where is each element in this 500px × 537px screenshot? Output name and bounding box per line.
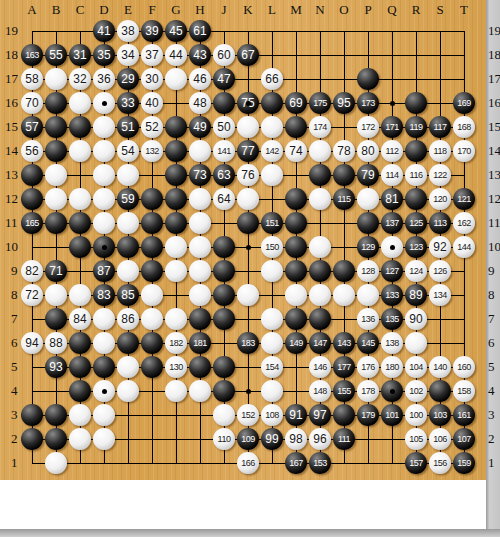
stone-E7: 86: [117, 308, 139, 330]
stone-H7: [189, 308, 211, 330]
stone-E6: [117, 332, 139, 354]
stone-J7: [213, 308, 235, 330]
stone-S12: 120: [429, 188, 451, 210]
stone-D6: [93, 332, 115, 354]
stone-S13: 122: [429, 164, 451, 186]
col-label-G: G: [164, 2, 188, 18]
stone-D2: [93, 428, 115, 450]
stone-T10: 144: [453, 236, 475, 258]
stone-A16: 70: [21, 92, 43, 114]
stone-Q6: 138: [381, 332, 403, 354]
stone-P11: [357, 212, 379, 234]
stone-A12: [21, 188, 43, 210]
stone-C12: [69, 188, 91, 210]
row-label-right-8: 8: [488, 288, 495, 302]
stone-J3: [213, 404, 235, 426]
stone-K13: 76: [237, 164, 259, 186]
stone-D13: [93, 164, 115, 186]
stone-Q5: 180: [381, 356, 403, 378]
stone-T11: 162: [453, 212, 475, 234]
row-label-left-17: 17: [5, 72, 18, 86]
stone-M3: 91: [285, 404, 307, 426]
row-label-right-3: 3: [488, 408, 495, 422]
stone-M1: 167: [285, 452, 307, 474]
row-label-left-8: 8: [11, 288, 18, 302]
stone-K8: [237, 284, 259, 306]
stone-S11: 113: [429, 212, 451, 234]
stone-N7: [309, 308, 331, 330]
stone-S4: [429, 380, 451, 402]
stone-R13: 116: [405, 164, 427, 186]
stone-R12: [405, 188, 427, 210]
stone-T2: 107: [453, 428, 475, 450]
stone-A14: 56: [21, 140, 43, 162]
stone-T3: 161: [453, 404, 475, 426]
stone-N13: [309, 164, 331, 186]
stone-T12: 121: [453, 188, 475, 210]
stone-E17: 29: [117, 68, 139, 90]
col-label-C: C: [68, 2, 92, 18]
stone-O16: 95: [333, 92, 355, 114]
stone-A17: 58: [21, 68, 43, 90]
stone-P12: [357, 188, 379, 210]
stone-O9: [333, 260, 355, 282]
stone-F7: [141, 308, 163, 330]
stone-T5: 160: [453, 356, 475, 378]
stone-K1: 166: [237, 452, 259, 474]
stone-H14: [189, 140, 211, 162]
stone-H11: [189, 212, 211, 234]
row-label-left-15: 15: [5, 120, 18, 134]
stone-E11: [117, 212, 139, 234]
stone-H10: [189, 236, 211, 258]
col-label-M: M: [284, 2, 308, 18]
bottom-edge-strip: [0, 529, 500, 537]
stone-H5: [189, 356, 211, 378]
stone-E9: [117, 260, 139, 282]
stone-G13: [165, 164, 187, 186]
stone-C14: [69, 140, 91, 162]
stone-D12: [93, 188, 115, 210]
stone-L3: 108: [261, 404, 283, 426]
stone-A8: 72: [21, 284, 43, 306]
stone-H18: 43: [189, 44, 211, 66]
star-point-Q16: [390, 101, 395, 106]
col-label-F: F: [140, 2, 164, 18]
stone-P9: 128: [357, 260, 379, 282]
stone-P16: 173: [357, 92, 379, 114]
stone-D8: 83: [93, 284, 115, 306]
stone-C18: 31: [69, 44, 91, 66]
stone-F8: [141, 284, 163, 306]
stone-P15: 172: [357, 116, 379, 138]
stone-A13: [21, 164, 43, 186]
stone-E8: 85: [117, 284, 139, 306]
row-label-right-17: 17: [488, 72, 500, 86]
stone-H19: 61: [189, 20, 211, 42]
stone-T16: 169: [453, 92, 475, 114]
stone-Q11: 137: [381, 212, 403, 234]
stone-E16: 33: [117, 92, 139, 114]
row-label-right-14: 14: [488, 144, 500, 158]
stone-C17: 32: [69, 68, 91, 90]
stone-C5: [69, 356, 91, 378]
stone-D11: [93, 212, 115, 234]
stone-F18: 37: [141, 44, 163, 66]
row-label-right-1: 1: [488, 456, 495, 470]
goban[interactable]: ABCDEFGHJKLMNOPQRST ABCDEFGHJKLMNOPQRST …: [0, 0, 486, 480]
star-point-D4: [102, 389, 107, 394]
stone-Q8: 133: [381, 284, 403, 306]
col-label-B: B: [44, 2, 68, 18]
stone-K6: 183: [237, 332, 259, 354]
stone-R7: 90: [405, 308, 427, 330]
stone-E12: 59: [117, 188, 139, 210]
stone-L4: [261, 380, 283, 402]
stone-A2: [21, 428, 43, 450]
stone-M7: [285, 308, 307, 330]
row-labels-right: 19181716151413121110987654321: [486, 0, 500, 537]
stone-G14: [165, 140, 187, 162]
stone-O12: 115: [333, 188, 355, 210]
row-label-left-3: 3: [11, 408, 18, 422]
row-label-left-7: 7: [11, 312, 18, 326]
stone-M14: 74: [285, 140, 307, 162]
stone-S8: 134: [429, 284, 451, 306]
right-edge-strip: 19181716151413121110987654321: [486, 0, 500, 537]
stone-D7: [93, 308, 115, 330]
row-label-left-12: 12: [5, 192, 18, 206]
stone-C6: [69, 332, 91, 354]
stone-A18: 163: [21, 44, 43, 66]
stone-F14: 132: [141, 140, 163, 162]
stone-J4: [213, 380, 235, 402]
col-label-R: R: [404, 2, 428, 18]
star-point-Q4: [390, 389, 395, 394]
stone-S9: 126: [429, 260, 451, 282]
stone-D9: 87: [93, 260, 115, 282]
stone-B18: 55: [45, 44, 67, 66]
stone-J18: 60: [213, 44, 235, 66]
stone-K2: 109: [237, 428, 259, 450]
stone-G18: 44: [165, 44, 187, 66]
stone-R4: 102: [405, 380, 427, 402]
stone-L2: 99: [261, 428, 283, 450]
stone-P8: [357, 284, 379, 306]
row-label-right-4: 4: [488, 384, 495, 398]
star-point-K10: [246, 245, 251, 250]
stone-Q3: 101: [381, 404, 403, 426]
stone-F19: 39: [141, 20, 163, 42]
col-label-N: N: [308, 2, 332, 18]
stone-B16: [45, 92, 67, 114]
caption-strip: 42E1853E1962D1165D1268D11131E18139Q10164…: [0, 480, 486, 529]
stone-N12: [309, 188, 331, 210]
stone-N15: 174: [309, 116, 331, 138]
stone-E10: [117, 236, 139, 258]
col-label-D: D: [92, 2, 116, 18]
stone-H13: 73: [189, 164, 211, 186]
row-label-left-16: 16: [5, 96, 18, 110]
stone-P7: 136: [357, 308, 379, 330]
stone-E4: [117, 380, 139, 402]
stone-F17: 30: [141, 68, 163, 90]
stone-Q15: 171: [381, 116, 403, 138]
row-label-right-13: 13: [488, 168, 500, 182]
stone-C11: [69, 212, 91, 234]
stone-R3: 100: [405, 404, 427, 426]
stone-L13: [261, 164, 283, 186]
stone-S1: 156: [429, 452, 451, 474]
stone-N6: 147: [309, 332, 331, 354]
stone-L11: 151: [261, 212, 283, 234]
stone-M11: [285, 212, 307, 234]
stone-D3: [93, 404, 115, 426]
row-label-right-11: 11: [488, 216, 500, 230]
stone-P5: 176: [357, 356, 379, 378]
stone-F5: [141, 356, 163, 378]
stone-B9: 71: [45, 260, 67, 282]
stone-K14: 77: [237, 140, 259, 162]
stone-N1: 153: [309, 452, 331, 474]
stone-R9: 124: [405, 260, 427, 282]
stone-P3: 179: [357, 404, 379, 426]
stone-P17: [357, 68, 379, 90]
stone-A3: [21, 404, 43, 426]
stone-R6: [405, 332, 427, 354]
col-label-K: K: [236, 2, 260, 18]
stone-R16: [405, 92, 427, 114]
stone-B13: [45, 164, 67, 186]
stone-J10: [213, 236, 235, 258]
star-point-D16: [102, 101, 107, 106]
stone-N4: 148: [309, 380, 331, 402]
stone-O3: [333, 404, 355, 426]
stone-R2: 105: [405, 428, 427, 450]
stone-M2: 98: [285, 428, 307, 450]
stone-F10: [141, 236, 163, 258]
stone-R1: 157: [405, 452, 427, 474]
stone-N16: 175: [309, 92, 331, 114]
stone-K15: [237, 116, 259, 138]
stone-A9: 82: [21, 260, 43, 282]
stone-F16: 40: [141, 92, 163, 114]
stone-N14: [309, 140, 331, 162]
stone-Q14: 112: [381, 140, 403, 162]
stone-L10: 150: [261, 236, 283, 258]
go-diagram-window: ABCDEFGHJKLMNOPQRST ABCDEFGHJKLMNOPQRST …: [0, 0, 500, 537]
stone-G12: [165, 188, 187, 210]
row-label-right-2: 2: [488, 432, 495, 446]
stone-G17: [165, 68, 187, 90]
stone-C16: [69, 92, 91, 114]
stone-H17: 46: [189, 68, 211, 90]
stone-G19: 45: [165, 20, 187, 42]
stone-M15: [285, 116, 307, 138]
stone-R10: 123: [405, 236, 427, 258]
stone-O5: 177: [333, 356, 355, 378]
stone-J12: 64: [213, 188, 235, 210]
stone-S15: 117: [429, 116, 451, 138]
stone-B12: [45, 188, 67, 210]
stone-C10: [69, 236, 91, 258]
stone-J9: [213, 260, 235, 282]
stone-L9: [261, 260, 283, 282]
stone-C4: [69, 380, 91, 402]
stone-D5: [93, 356, 115, 378]
stone-B11: [45, 212, 67, 234]
stone-T1: 159: [453, 452, 475, 474]
row-label-left-10: 10: [5, 240, 18, 254]
col-label-P: P: [356, 2, 380, 18]
row-label-left-18: 18: [5, 48, 18, 62]
stone-F6: [141, 332, 163, 354]
stone-P10: 129: [357, 236, 379, 258]
stone-E5: [117, 356, 139, 378]
stone-B17: [45, 68, 67, 90]
row-label-right-15: 15: [488, 120, 500, 134]
stone-E19: 38: [117, 20, 139, 42]
star-point-D10: [102, 245, 107, 250]
stone-N2: 96: [309, 428, 331, 450]
stone-M10: [285, 236, 307, 258]
stone-H4: [189, 380, 211, 402]
stone-N8: [309, 284, 331, 306]
stone-B7: [45, 308, 67, 330]
row-label-left-6: 6: [11, 336, 18, 350]
row-label-left-11: 11: [5, 216, 18, 230]
stone-T15: 168: [453, 116, 475, 138]
row-label-left-9: 9: [11, 264, 18, 278]
stone-J16: [213, 92, 235, 114]
star-point-Q10: [390, 245, 395, 250]
stone-B8: [45, 284, 67, 306]
stone-D18: 35: [93, 44, 115, 66]
stone-H8: [189, 284, 211, 306]
stone-H9: [189, 260, 211, 282]
stone-K11: [237, 212, 259, 234]
stone-J8: [213, 284, 235, 306]
stone-L6: [261, 332, 283, 354]
stone-L14: 142: [261, 140, 283, 162]
stone-F15: 52: [141, 116, 163, 138]
stone-Q9: 127: [381, 260, 403, 282]
stone-L7: [261, 308, 283, 330]
stone-E15: 51: [117, 116, 139, 138]
stone-D19: 41: [93, 20, 115, 42]
row-label-left-2: 2: [11, 432, 18, 446]
stone-L16: [261, 92, 283, 114]
stone-O6: 143: [333, 332, 355, 354]
stone-G7: [165, 308, 187, 330]
stone-B15: [45, 116, 67, 138]
col-label-H: H: [188, 2, 212, 18]
stone-C2: [69, 428, 91, 450]
star-point-K16: [246, 101, 251, 106]
stone-A11: 165: [21, 212, 43, 234]
stone-A6: 94: [21, 332, 43, 354]
stone-O8: [333, 284, 355, 306]
stone-G5: 130: [165, 356, 187, 378]
stone-M6: 149: [285, 332, 307, 354]
stone-D15: [93, 116, 115, 138]
col-label-A: A: [20, 2, 44, 18]
row-label-right-5: 5: [488, 360, 495, 374]
stone-N3: 97: [309, 404, 331, 426]
stone-O13: [333, 164, 355, 186]
stone-J14: 141: [213, 140, 235, 162]
stone-B5: 93: [45, 356, 67, 378]
stone-O2: 111: [333, 428, 355, 450]
stone-F12: [141, 188, 163, 210]
stone-C8: [69, 284, 91, 306]
stone-M9: [285, 260, 307, 282]
stone-N9: [309, 260, 331, 282]
stone-T4: 158: [453, 380, 475, 402]
stone-C7: 84: [69, 308, 91, 330]
row-label-right-6: 6: [488, 336, 495, 350]
stone-P6: 145: [357, 332, 379, 354]
stone-H15: 49: [189, 116, 211, 138]
stone-R15: 119: [405, 116, 427, 138]
stone-G9: [165, 260, 187, 282]
col-label-S: S: [428, 2, 452, 18]
stone-Q7: 135: [381, 308, 403, 330]
stone-L15: [261, 116, 283, 138]
stone-K12: [237, 188, 259, 210]
stone-D17: 36: [93, 68, 115, 90]
stone-J17: 47: [213, 68, 235, 90]
stone-G6: 182: [165, 332, 187, 354]
stone-H16: 48: [189, 92, 211, 114]
col-label-L: L: [260, 2, 284, 18]
stone-D14: [93, 140, 115, 162]
stone-R8: 89: [405, 284, 427, 306]
star-point-K4: [246, 389, 251, 394]
col-label-O: O: [332, 2, 356, 18]
stone-M8: [285, 284, 307, 306]
stone-L5: 154: [261, 356, 283, 378]
stone-K3: 152: [237, 404, 259, 426]
row-label-right-16: 16: [488, 96, 500, 110]
stone-R14: [405, 140, 427, 162]
stone-J13: 63: [213, 164, 235, 186]
stone-Q13: 114: [381, 164, 403, 186]
col-label-Q: Q: [380, 2, 404, 18]
stone-C15: [69, 116, 91, 138]
stone-F9: [141, 260, 163, 282]
stone-G15: [165, 116, 187, 138]
row-label-left-13: 13: [5, 168, 18, 182]
stone-R11: 125: [405, 212, 427, 234]
stone-B1: [45, 452, 67, 474]
stone-R5: 104: [405, 356, 427, 378]
row-label-right-19: 19: [488, 24, 500, 38]
row-label-left-14: 14: [5, 144, 18, 158]
stone-E13: [117, 164, 139, 186]
stone-O14: 78: [333, 140, 355, 162]
stone-M12: [285, 188, 307, 210]
stone-Q12: 81: [381, 188, 403, 210]
stone-G10: [165, 236, 187, 258]
stone-S2: 106: [429, 428, 451, 450]
stone-S14: 118: [429, 140, 451, 162]
stone-B14: [45, 140, 67, 162]
row-label-right-9: 9: [488, 264, 495, 278]
col-label-T: T: [452, 2, 476, 18]
stone-B6: 88: [45, 332, 67, 354]
stone-H12: [189, 188, 211, 210]
